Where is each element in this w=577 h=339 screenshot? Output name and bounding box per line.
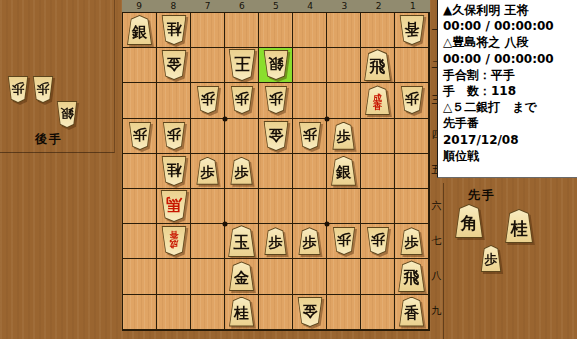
piece-pawn-gote[interactable]: 歩: [366, 227, 390, 255]
date-line: 2017/12/08: [443, 132, 577, 148]
file-label: 8: [156, 0, 190, 12]
square-7-1[interactable]: [191, 13, 225, 48]
square-3-4[interactable]: 歩: [327, 119, 361, 154]
piece-gold-gote[interactable]: 金: [160, 50, 187, 80]
gote-player-name: △豊島将之 八段: [443, 34, 577, 50]
file-label: 6: [225, 0, 259, 12]
star-point: [223, 222, 228, 227]
sente-hand-tray: 先手 角桂歩: [443, 183, 577, 339]
square-1-6[interactable]: [395, 189, 429, 224]
gote-clock: 00:00 / 00:00:00: [443, 51, 577, 67]
square-3-8[interactable]: [327, 259, 361, 294]
sente-hand-label: 先手: [468, 187, 496, 204]
square-6-9[interactable]: 桂: [225, 295, 259, 330]
square-2-6[interactable]: [361, 189, 395, 224]
star-point: [325, 222, 330, 227]
square-7-7[interactable]: [191, 224, 225, 259]
piece-promoted-lance-gote[interactable]: 成香: [160, 226, 187, 256]
piece-pawn-gote[interactable]: 歩: [400, 86, 424, 114]
square-2-1[interactable]: [361, 13, 395, 48]
file-label: 5: [259, 0, 293, 12]
square-6-7[interactable]: 玉: [225, 224, 259, 259]
square-3-2[interactable]: [327, 48, 361, 83]
star-point: [223, 116, 228, 121]
square-1-8[interactable]: 飛: [395, 259, 429, 294]
square-1-4[interactable]: [395, 119, 429, 154]
piece-silver-sente[interactable]: 銀: [126, 15, 153, 45]
piece-promoted-lance-sente[interactable]: 成香: [364, 85, 391, 115]
square-8-9[interactable]: [157, 295, 191, 330]
square-9-3[interactable]: [123, 83, 157, 118]
piece-pawn-gote[interactable]: 歩: [230, 86, 254, 114]
piece-lance-gote[interactable]: 香: [398, 15, 425, 45]
rank-label: 七: [429, 223, 444, 258]
square-8-3[interactable]: [157, 83, 191, 118]
shogi-board: 銀桂香金王銀飛歩歩歩成香歩歩歩金歩歩桂歩歩銀馬成香玉歩歩歩歩歩金飛桂金香: [122, 12, 430, 331]
piece-pawn-gote[interactable]: 歩: [332, 227, 356, 255]
rank-label: 八: [429, 258, 444, 293]
sente-player-name: ▲久保利明 王将: [443, 2, 577, 18]
square-1-5[interactable]: [395, 154, 429, 189]
square-4-2[interactable]: [293, 48, 327, 83]
piece-pawn-sente[interactable]: 歩: [400, 227, 424, 255]
event-line: 順位戦: [443, 148, 577, 164]
square-9-5[interactable]: [123, 154, 157, 189]
square-6-2[interactable]: 王: [225, 48, 259, 83]
square-2-5[interactable]: [361, 154, 395, 189]
square-5-9[interactable]: [259, 295, 293, 330]
piece-silver-sente[interactable]: 銀: [330, 156, 357, 186]
square-5-4[interactable]: 金: [259, 119, 293, 154]
square-8-2[interactable]: 金: [157, 48, 191, 83]
square-5-7[interactable]: 歩: [259, 224, 293, 259]
square-3-5[interactable]: 銀: [327, 154, 361, 189]
turn-line: 先手番: [443, 115, 577, 131]
piece-knight-gote[interactable]: 桂: [160, 15, 187, 45]
piece-lance-sente[interactable]: 香: [398, 297, 425, 327]
piece-gold-gote[interactable]: 金: [262, 121, 289, 151]
square-6-5[interactable]: 歩: [225, 154, 259, 189]
square-3-9[interactable]: [327, 295, 361, 330]
square-9-1[interactable]: 銀: [123, 13, 157, 48]
piece-silver-gote[interactable]: 銀: [262, 50, 289, 80]
square-8-8[interactable]: [157, 259, 191, 294]
square-4-6[interactable]: [293, 189, 327, 224]
square-4-8[interactable]: [293, 259, 327, 294]
gote-hand-tray: 後手 歩歩銀: [0, 0, 115, 153]
square-5-1[interactable]: [259, 13, 293, 48]
square-3-1[interactable]: [327, 13, 361, 48]
square-6-1[interactable]: [225, 13, 259, 48]
square-3-6[interactable]: [327, 189, 361, 224]
piece-gold-sente[interactable]: 金: [228, 261, 255, 291]
square-8-5[interactable]: 桂: [157, 154, 191, 189]
square-8-6[interactable]: 馬: [157, 189, 191, 224]
square-5-6[interactable]: [259, 189, 293, 224]
square-5-3[interactable]: 歩: [259, 83, 293, 118]
square-5-8[interactable]: [259, 259, 293, 294]
piece-promoted-bishop-gote[interactable]: 馬: [159, 190, 188, 222]
square-1-9[interactable]: 香: [395, 295, 429, 330]
square-7-2[interactable]: [191, 48, 225, 83]
square-9-6[interactable]: [123, 189, 157, 224]
piece-pawn-gote[interactable]: 歩: [32, 76, 54, 103]
piece-pawn-gote[interactable]: 歩: [298, 122, 322, 150]
square-7-3[interactable]: 歩: [191, 83, 225, 118]
file-labels-strip: 987654321: [122, 0, 430, 12]
square-2-4[interactable]: [361, 119, 395, 154]
piece-king-sente[interactable]: 玉: [227, 225, 256, 257]
square-3-7[interactable]: 歩: [327, 224, 361, 259]
square-4-1[interactable]: [293, 13, 327, 48]
gote-hand-label: 後手: [35, 131, 63, 148]
square-6-6[interactable]: [225, 189, 259, 224]
square-7-5[interactable]: 歩: [191, 154, 225, 189]
piece-pawn-sente[interactable]: 歩: [480, 245, 502, 272]
file-label: 2: [362, 0, 396, 12]
file-label: 4: [293, 0, 327, 12]
square-2-7[interactable]: 歩: [361, 224, 395, 259]
piece-pawn-sente[interactable]: 歩: [230, 157, 254, 185]
piece-knight-sente[interactable]: 桂: [228, 297, 255, 327]
square-7-4[interactable]: [191, 119, 225, 154]
square-8-4[interactable]: 歩: [157, 119, 191, 154]
file-label: 1: [396, 0, 430, 12]
piece-pawn-sente[interactable]: 歩: [264, 227, 288, 255]
star-point: [325, 116, 330, 121]
piece-gold-gote[interactable]: 金: [296, 297, 323, 327]
square-1-3[interactable]: 歩: [395, 83, 429, 118]
square-8-1[interactable]: 桂: [157, 13, 191, 48]
piece-rook-sente[interactable]: 飛: [397, 260, 426, 292]
move-count-line: 手 数：118: [443, 83, 577, 99]
square-9-4[interactable]: 歩: [123, 119, 157, 154]
piece-bishop-sente[interactable]: 角: [454, 204, 484, 238]
piece-pawn-sente[interactable]: 歩: [298, 227, 322, 255]
square-4-3[interactable]: [293, 83, 327, 118]
file-label: 3: [327, 0, 361, 12]
piece-knight-sente[interactable]: 桂: [504, 209, 534, 243]
shogi-app: 後手 歩歩銀 先手 角桂歩 987654321 一二三四五六七八九 銀桂香金王銀…: [0, 0, 577, 339]
square-1-7[interactable]: 歩: [395, 224, 429, 259]
piece-pawn-gote[interactable]: 歩: [128, 122, 152, 150]
square-4-7[interactable]: 歩: [293, 224, 327, 259]
handicap-line: 手合割：平手: [443, 67, 577, 83]
square-7-6[interactable]: [191, 189, 225, 224]
square-9-9[interactable]: [123, 295, 157, 330]
piece-pawn-sente[interactable]: 歩: [196, 157, 220, 185]
square-9-2[interactable]: [123, 48, 157, 83]
square-5-5[interactable]: [259, 154, 293, 189]
piece-pawn-sente[interactable]: 歩: [332, 122, 356, 150]
square-4-9[interactable]: 金: [293, 295, 327, 330]
square-1-1[interactable]: 香: [395, 13, 429, 48]
square-6-8[interactable]: 金: [225, 259, 259, 294]
piece-knight-gote[interactable]: 桂: [160, 156, 187, 186]
square-8-7[interactable]: 成香: [157, 224, 191, 259]
piece-pawn-gote[interactable]: 歩: [264, 86, 288, 114]
last-move-line: △５二銀打 まで: [443, 99, 577, 115]
square-7-8[interactable]: [191, 259, 225, 294]
piece-pawn-gote[interactable]: 歩: [196, 86, 220, 114]
square-3-3[interactable]: [327, 83, 361, 118]
rank-label: 九: [429, 294, 444, 329]
square-7-9[interactable]: [191, 295, 225, 330]
piece-pawn-gote[interactable]: 歩: [7, 76, 29, 103]
file-label: 9: [122, 0, 156, 12]
square-4-5[interactable]: [293, 154, 327, 189]
piece-pawn-gote[interactable]: 歩: [162, 122, 186, 150]
piece-king-gote[interactable]: 王: [227, 49, 256, 81]
piece-rook-sente[interactable]: 飛: [363, 49, 392, 81]
game-info-panel: ▲久保利明 王将 00:00 / 00:00:00 △豊島将之 八段 00:00…: [437, 0, 577, 178]
square-2-8[interactable]: [361, 259, 395, 294]
square-1-2[interactable]: [395, 48, 429, 83]
square-2-3[interactable]: 成香: [361, 83, 395, 118]
square-2-2[interactable]: 飛: [361, 48, 395, 83]
piece-silver-gote[interactable]: 銀: [56, 101, 78, 128]
square-5-2[interactable]: 銀: [259, 48, 293, 83]
rank-label: 六: [429, 188, 444, 223]
square-9-7[interactable]: [123, 224, 157, 259]
square-4-4[interactable]: 歩: [293, 119, 327, 154]
sente-clock: 00:00 / 00:00:00: [443, 18, 577, 34]
square-9-8[interactable]: [123, 259, 157, 294]
square-2-9[interactable]: [361, 295, 395, 330]
file-label: 7: [190, 0, 224, 12]
square-6-4[interactable]: [225, 119, 259, 154]
square-6-3[interactable]: 歩: [225, 83, 259, 118]
